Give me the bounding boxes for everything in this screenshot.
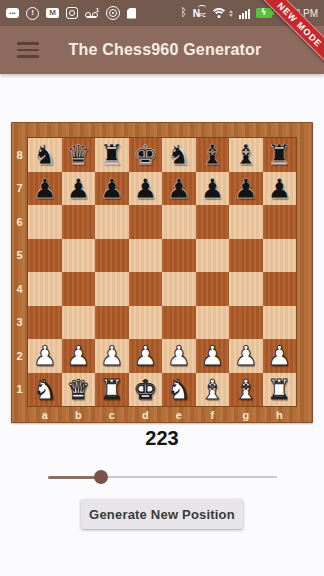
piece-black-bishop: ♝ — [200, 138, 224, 172]
square-f4 — [196, 272, 230, 306]
square-c2: ♟ — [95, 339, 129, 373]
square-d6 — [129, 205, 163, 239]
app-screen: ••• ! M 1 ᛒ NFC ϟ 2:18 PM The Chess960 G… — [0, 0, 324, 576]
square-g3 — [229, 306, 263, 340]
square-a7: ♟ — [28, 172, 62, 206]
square-e5 — [162, 239, 196, 273]
bluetooth-icon: ᛒ — [180, 7, 187, 19]
square-b3 — [62, 306, 96, 340]
piece-black-queen: ♛ — [66, 138, 90, 172]
wifi-icon — [212, 8, 226, 19]
square-b8: ♛ — [62, 138, 96, 172]
square-a4 — [28, 272, 62, 306]
square-f3 — [196, 306, 230, 340]
file-label-f: f — [196, 406, 230, 423]
sync-problem-icon: ! — [26, 7, 39, 20]
wifi-updown-arrows-icon — [229, 10, 233, 17]
square-g8: ♝ — [229, 138, 263, 172]
piece-black-bishop: ♝ — [234, 138, 258, 172]
square-f6 — [196, 205, 230, 239]
rank-label-1: 1 — [11, 373, 28, 407]
piece-white-pawn: ♟ — [200, 339, 224, 373]
radio-icon — [106, 6, 120, 20]
rank-label-3: 3 — [11, 306, 28, 340]
piece-black-pawn: ♟ — [167, 172, 191, 206]
square-c5 — [95, 239, 129, 273]
voicemail-icon: 1 — [85, 8, 99, 19]
square-e4 — [162, 272, 196, 306]
square-b4 — [62, 272, 96, 306]
square-h5 — [263, 239, 297, 273]
square-c4 — [95, 272, 129, 306]
square-d8: ♚ — [129, 138, 163, 172]
square-e2: ♟ — [162, 339, 196, 373]
square-d3 — [129, 306, 163, 340]
rank-label-2: 2 — [11, 339, 28, 373]
piece-white-bishop: ♝ — [200, 373, 224, 407]
piece-white-pawn: ♟ — [100, 339, 124, 373]
square-f5 — [196, 239, 230, 273]
piece-white-pawn: ♟ — [133, 339, 157, 373]
board-grid: ♞♛♜♚♞♝♝♜♟♟♟♟♟♟♟♟♟♟♟♟♟♟♟♟♞♛♜♚♞♝♝♜ — [28, 138, 296, 406]
position-number: 223 — [0, 427, 324, 450]
notification-icons: ••• ! M 1 — [6, 6, 136, 20]
square-f2: ♟ — [196, 339, 230, 373]
square-a5 — [28, 239, 62, 273]
piece-white-king: ♚ — [133, 373, 157, 407]
piece-black-knight: ♞ — [33, 138, 57, 172]
square-h8: ♜ — [263, 138, 297, 172]
square-b2: ♟ — [62, 339, 96, 373]
rank-label-7: 7 — [11, 172, 28, 206]
nfc-icon: NFC — [193, 8, 206, 19]
square-c1: ♜ — [95, 373, 129, 407]
sd-card-icon — [127, 8, 136, 19]
position-slider[interactable] — [48, 467, 277, 487]
rank-label-8: 8 — [11, 138, 28, 172]
piece-white-knight: ♞ — [33, 373, 57, 407]
square-e1: ♞ — [162, 373, 196, 407]
file-label-b: b — [62, 406, 96, 423]
square-f1: ♝ — [196, 373, 230, 407]
square-h6 — [263, 205, 297, 239]
square-d7: ♟ — [129, 172, 163, 206]
file-label-d: d — [129, 406, 163, 423]
square-b6 — [62, 205, 96, 239]
chess-board: 87654321 abcdefgh ♞♛♜♚♞♝♝♜♟♟♟♟♟♟♟♟♟♟♟♟♟♟… — [11, 122, 313, 423]
square-h4 — [263, 272, 297, 306]
square-c7: ♟ — [95, 172, 129, 206]
piece-white-pawn: ♟ — [167, 339, 191, 373]
square-a8: ♞ — [28, 138, 62, 172]
square-e7: ♟ — [162, 172, 196, 206]
square-b1: ♛ — [62, 373, 96, 407]
battery-charging-icon: ϟ — [256, 8, 272, 18]
square-h2: ♟ — [263, 339, 297, 373]
piece-white-bishop: ♝ — [234, 373, 258, 407]
square-h1: ♜ — [263, 373, 297, 407]
signal-icon — [239, 8, 250, 19]
square-h7: ♟ — [263, 172, 297, 206]
square-a1: ♞ — [28, 373, 62, 407]
square-c3 — [95, 306, 129, 340]
piece-black-rook: ♜ — [100, 138, 124, 172]
piece-white-pawn: ♟ — [267, 339, 291, 373]
piece-white-rook: ♜ — [100, 373, 124, 407]
square-h3 — [263, 306, 297, 340]
piece-white-pawn: ♟ — [33, 339, 57, 373]
file-label-c: c — [95, 406, 129, 423]
file-label-e: e — [162, 406, 196, 423]
rank-labels: 87654321 — [11, 138, 28, 406]
piece-white-pawn: ♟ — [234, 339, 258, 373]
piece-black-pawn: ♟ — [234, 172, 258, 206]
slider-thumb[interactable] — [94, 470, 108, 484]
piece-black-pawn: ♟ — [100, 172, 124, 206]
piece-black-pawn: ♟ — [33, 172, 57, 206]
square-d4 — [129, 272, 163, 306]
piece-black-pawn: ♟ — [200, 172, 224, 206]
rank-label-5: 5 — [11, 239, 28, 273]
file-label-h: h — [263, 406, 297, 423]
square-a6 — [28, 205, 62, 239]
piece-black-king: ♚ — [133, 138, 157, 172]
square-c8: ♜ — [95, 138, 129, 172]
gmail-icon: M — [46, 8, 59, 18]
piece-black-rook: ♜ — [267, 138, 291, 172]
piece-black-pawn: ♟ — [133, 172, 157, 206]
piece-white-knight: ♞ — [167, 373, 191, 407]
piece-white-rook: ♜ — [267, 373, 291, 407]
square-b5 — [62, 239, 96, 273]
piece-black-knight: ♞ — [167, 138, 191, 172]
square-d1: ♚ — [129, 373, 163, 407]
chat-icon: ••• — [6, 8, 19, 18]
square-g5 — [229, 239, 263, 273]
page-title: The Chess960 Generator — [0, 41, 324, 59]
square-a2: ♟ — [28, 339, 62, 373]
rank-label-6: 6 — [11, 205, 28, 239]
square-d2: ♟ — [129, 339, 163, 373]
square-c6 — [95, 205, 129, 239]
square-f8: ♝ — [196, 138, 230, 172]
file-label-a: a — [28, 406, 62, 423]
piece-white-pawn: ♟ — [66, 339, 90, 373]
app-bar: The Chess960 Generator — [0, 26, 324, 74]
square-g7: ♟ — [229, 172, 263, 206]
square-f7: ♟ — [196, 172, 230, 206]
square-d5 — [129, 239, 163, 273]
square-a3 — [28, 306, 62, 340]
instagram-icon — [66, 7, 78, 19]
generate-new-position-button[interactable]: Generate New Position — [81, 499, 243, 529]
square-b7: ♟ — [62, 172, 96, 206]
square-e3 — [162, 306, 196, 340]
square-g1: ♝ — [229, 373, 263, 407]
square-g6 — [229, 205, 263, 239]
piece-black-pawn: ♟ — [66, 172, 90, 206]
file-label-g: g — [229, 406, 263, 423]
file-labels: abcdefgh — [28, 406, 296, 423]
rank-label-4: 4 — [11, 272, 28, 306]
piece-white-queen: ♛ — [66, 373, 90, 407]
square-e8: ♞ — [162, 138, 196, 172]
square-g2: ♟ — [229, 339, 263, 373]
hamburger-menu-icon[interactable] — [17, 42, 39, 58]
square-g4 — [229, 272, 263, 306]
piece-black-pawn: ♟ — [267, 172, 291, 206]
square-e6 — [162, 205, 196, 239]
